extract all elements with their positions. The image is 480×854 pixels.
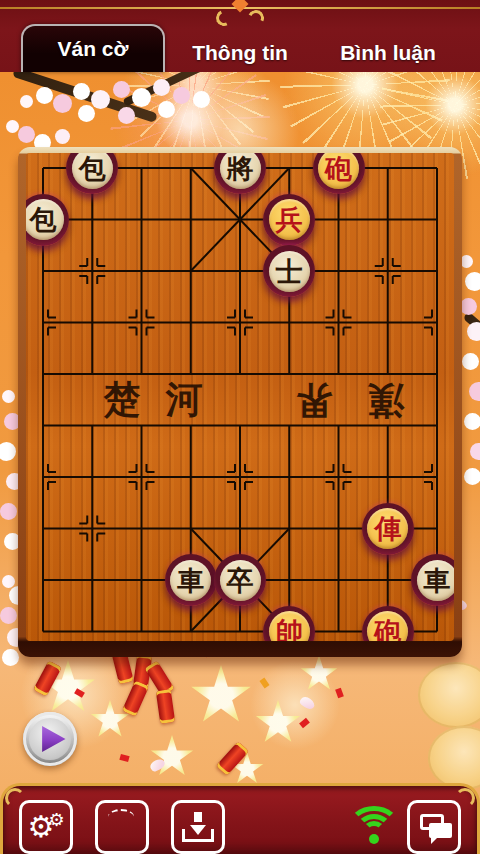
download-tray-icon bbox=[182, 829, 214, 842]
tab-binh-luan[interactable]: Bình luận bbox=[318, 38, 458, 68]
river-text-left: 河 bbox=[166, 375, 203, 425]
firecracker bbox=[156, 689, 175, 724]
river-text-left: 楚 bbox=[104, 375, 141, 425]
download-icon bbox=[194, 812, 202, 822]
piece-black-advisor[interactable]: 士 bbox=[263, 245, 315, 297]
bottom-toolbar: ⚙ ⚙ bbox=[0, 783, 480, 854]
blossom-branch bbox=[463, 311, 480, 337]
blossom-cluster bbox=[2, 575, 15, 588]
ornament-diamond bbox=[232, 0, 249, 12]
play-button-inner bbox=[29, 718, 71, 760]
piece-red-soldier[interactable]: 兵 bbox=[263, 194, 315, 246]
blossom-cluster bbox=[6, 120, 19, 133]
chat-bubble-filled-icon bbox=[429, 823, 452, 838]
settings-gear-small-icon: ⚙ bbox=[48, 811, 64, 829]
chat-button[interactable] bbox=[407, 800, 461, 854]
players-button[interactable] bbox=[95, 800, 149, 854]
app-screen: Ván cờ Thông tin Bình luận 楚河界漢包將砲包兵士俥車卒… bbox=[0, 0, 480, 854]
star-burst bbox=[190, 665, 252, 727]
play-button[interactable] bbox=[23, 712, 77, 766]
top-tab-bar: Ván cờ Thông tin Bình luận bbox=[0, 0, 480, 72]
lantern bbox=[428, 726, 480, 790]
piece-black-chariot[interactable]: 車 bbox=[165, 554, 217, 606]
river-text-right: 漢 bbox=[368, 375, 405, 425]
piece-black-soldier[interactable]: 卒 bbox=[214, 554, 266, 606]
piece-black-chariot[interactable]: 車 bbox=[411, 554, 454, 606]
confetti bbox=[119, 754, 129, 762]
swap-arc-icon bbox=[108, 809, 134, 825]
settings-button[interactable]: ⚙ ⚙ bbox=[19, 800, 73, 854]
xiangqi-board[interactable]: 楚河界漢包將砲包兵士俥車卒車帥砲 bbox=[18, 147, 462, 657]
lantern bbox=[418, 662, 480, 728]
star-burst bbox=[150, 735, 194, 779]
blossom-cluster bbox=[2, 390, 15, 403]
tab-van-co[interactable]: Ván cờ bbox=[21, 24, 165, 72]
river-text-right: 界 bbox=[296, 375, 333, 425]
board-surface[interactable]: 楚河界漢包將砲包兵士俥車卒車帥砲 bbox=[26, 153, 454, 641]
play-icon bbox=[40, 726, 66, 752]
ornament-curl bbox=[246, 8, 267, 29]
tab-thong-tin[interactable]: Thông tin bbox=[170, 38, 310, 68]
piece-red-chariot[interactable]: 俥 bbox=[362, 503, 414, 555]
download-button[interactable] bbox=[171, 800, 225, 854]
wifi-signal-icon bbox=[347, 806, 401, 846]
gold-ornament bbox=[198, 2, 282, 32]
blossom-cluster bbox=[20, 95, 33, 108]
ornament-curl bbox=[214, 8, 235, 29]
